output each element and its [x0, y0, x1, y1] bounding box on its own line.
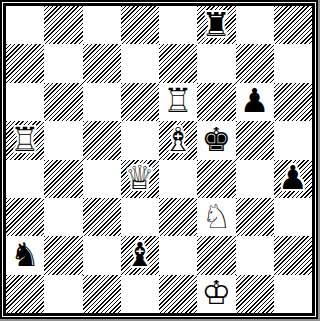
white-rook-glyph: ♖ [159, 83, 197, 120]
square-g8[interactable] [236, 6, 274, 44]
square-e5[interactable]: ♝♗ [159, 121, 197, 159]
square-d2[interactable]: ♝ [121, 236, 159, 274]
square-e7[interactable] [159, 44, 197, 82]
square-d5[interactable] [121, 121, 159, 159]
square-h3[interactable] [274, 198, 312, 236]
square-g1[interactable] [236, 275, 274, 313]
black-rook-glyph: ♜ [197, 6, 235, 43]
square-f8[interactable]: ♜ [197, 6, 235, 44]
square-f7[interactable] [197, 44, 235, 82]
square-c2[interactable] [83, 236, 121, 274]
square-b3[interactable] [44, 198, 82, 236]
square-b4[interactable] [44, 160, 82, 198]
square-f2[interactable] [197, 236, 235, 274]
square-e3[interactable] [159, 198, 197, 236]
square-d8[interactable] [121, 6, 159, 44]
black-knight-glyph: ♞ [6, 236, 44, 273]
square-g6[interactable]: ♟ [236, 83, 274, 121]
square-b5[interactable] [44, 121, 82, 159]
square-e1[interactable] [159, 275, 197, 313]
square-b8[interactable] [44, 6, 82, 44]
black-pawn-glyph: ♟ [236, 83, 274, 120]
piece-black-king[interactable]: ♚ [197, 121, 235, 159]
piece-black-rook[interactable]: ♜ [197, 6, 235, 44]
white-knight-glyph: ♘ [197, 198, 235, 235]
square-a5[interactable]: ♜♖ [6, 121, 44, 159]
piece-white-bishop[interactable]: ♝♗ [159, 121, 197, 159]
square-d4[interactable]: ♛♕ [121, 160, 159, 198]
square-c7[interactable] [83, 44, 121, 82]
square-f6[interactable] [197, 83, 235, 121]
square-a2[interactable]: ♞ [6, 236, 44, 274]
square-d7[interactable] [121, 44, 159, 82]
black-bishop-glyph: ♝ [121, 236, 159, 273]
square-a3[interactable] [6, 198, 44, 236]
piece-white-king[interactable]: ♚♔ [197, 275, 235, 313]
square-h1[interactable] [274, 275, 312, 313]
chess-diagram: ♜♜♖♟♜♖♝♗♚♛♕♟♞♘♞♝♚♔ [0, 0, 320, 321]
square-b1[interactable] [44, 275, 82, 313]
white-king-glyph: ♔ [197, 275, 235, 312]
square-b2[interactable] [44, 236, 82, 274]
square-a7[interactable] [6, 44, 44, 82]
square-b6[interactable] [44, 83, 82, 121]
piece-black-knight[interactable]: ♞ [6, 236, 44, 274]
white-bishop-glyph: ♗ [159, 121, 197, 158]
square-g3[interactable] [236, 198, 274, 236]
square-e6[interactable]: ♜♖ [159, 83, 197, 121]
black-king-glyph: ♚ [197, 121, 235, 158]
square-b7[interactable] [44, 44, 82, 82]
square-h6[interactable] [274, 83, 312, 121]
square-c5[interactable] [83, 121, 121, 159]
black-pawn-glyph: ♟ [274, 160, 312, 197]
square-c3[interactable] [83, 198, 121, 236]
square-f5[interactable]: ♚ [197, 121, 235, 159]
square-g4[interactable] [236, 160, 274, 198]
square-h5[interactable] [274, 121, 312, 159]
square-a6[interactable] [6, 83, 44, 121]
white-queen-glyph: ♕ [121, 160, 159, 197]
piece-white-rook[interactable]: ♜♖ [6, 121, 44, 159]
square-c4[interactable] [83, 160, 121, 198]
square-a4[interactable] [6, 160, 44, 198]
square-c1[interactable] [83, 275, 121, 313]
piece-white-queen[interactable]: ♛♕ [121, 160, 159, 198]
white-rook-glyph: ♖ [6, 121, 44, 158]
square-e8[interactable] [159, 6, 197, 44]
square-e4[interactable] [159, 160, 197, 198]
square-g5[interactable] [236, 121, 274, 159]
square-g7[interactable] [236, 44, 274, 82]
piece-black-pawn[interactable]: ♟ [274, 160, 312, 198]
square-f4[interactable] [197, 160, 235, 198]
square-e2[interactable] [159, 236, 197, 274]
square-f3[interactable]: ♞♘ [197, 198, 235, 236]
square-a1[interactable] [6, 275, 44, 313]
square-c6[interactable] [83, 83, 121, 121]
square-a8[interactable] [6, 6, 44, 44]
square-d3[interactable] [121, 198, 159, 236]
board-frame: ♜♜♖♟♜♖♝♗♚♛♕♟♞♘♞♝♚♔ [0, 0, 318, 319]
square-c8[interactable] [83, 6, 121, 44]
chess-board: ♜♜♖♟♜♖♝♗♚♛♕♟♞♘♞♝♚♔ [6, 6, 312, 313]
square-f1[interactable]: ♚♔ [197, 275, 235, 313]
piece-white-knight[interactable]: ♞♘ [197, 198, 235, 236]
square-d1[interactable] [121, 275, 159, 313]
square-h7[interactable] [274, 44, 312, 82]
piece-black-pawn[interactable]: ♟ [236, 83, 274, 121]
square-g2[interactable] [236, 236, 274, 274]
piece-black-bishop[interactable]: ♝ [121, 236, 159, 274]
square-h8[interactable] [274, 6, 312, 44]
board-inner-frame: ♜♜♖♟♜♖♝♗♚♛♕♟♞♘♞♝♚♔ [3, 3, 315, 316]
piece-white-rook[interactable]: ♜♖ [159, 83, 197, 121]
square-h4[interactable]: ♟ [274, 160, 312, 198]
square-d6[interactable] [121, 83, 159, 121]
square-h2[interactable] [274, 236, 312, 274]
